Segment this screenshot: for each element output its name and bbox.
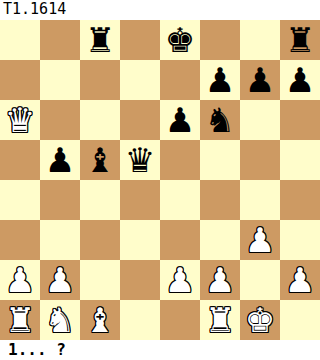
square-d3[interactable] (120, 220, 160, 260)
black-rook-piece: ♜ (85, 20, 115, 60)
white-pawn-piece: ♟ (165, 260, 195, 300)
square-e3[interactable] (160, 220, 200, 260)
square-c4[interactable] (80, 180, 120, 220)
black-pawn-piece: ♟ (205, 60, 235, 100)
square-e7[interactable] (160, 60, 200, 100)
chess-app-window: T1.1614 ♜♚♜♟♟♟♛♟♞♟♝♛♟♟♟♟♟♟♜♞♝♜♚ 1... ? (0, 0, 320, 360)
square-a5[interactable] (0, 140, 40, 180)
black-knight-piece: ♞ (205, 100, 235, 140)
white-pawn-piece: ♟ (45, 260, 75, 300)
square-h4[interactable] (280, 180, 320, 220)
square-c7[interactable] (80, 60, 120, 100)
square-e8[interactable]: ♚ (160, 20, 200, 60)
square-g6[interactable] (240, 100, 280, 140)
square-b7[interactable] (40, 60, 80, 100)
white-queen-piece: ♛ (5, 100, 35, 140)
white-pawn-piece: ♟ (5, 260, 35, 300)
white-pawn-piece: ♟ (205, 260, 235, 300)
square-a7[interactable] (0, 60, 40, 100)
square-d5[interactable]: ♛ (120, 140, 160, 180)
square-b3[interactable] (40, 220, 80, 260)
square-h1[interactable] (280, 300, 320, 340)
black-rook-piece: ♜ (285, 20, 315, 60)
square-e6[interactable]: ♟ (160, 100, 200, 140)
square-b5[interactable]: ♟ (40, 140, 80, 180)
square-a6[interactable]: ♛ (0, 100, 40, 140)
square-d6[interactable] (120, 100, 160, 140)
white-bishop-piece: ♝ (85, 300, 115, 340)
square-f6[interactable]: ♞ (200, 100, 240, 140)
square-d2[interactable] (120, 260, 160, 300)
white-knight-piece: ♞ (45, 300, 75, 340)
square-d4[interactable] (120, 180, 160, 220)
square-f2[interactable]: ♟ (200, 260, 240, 300)
square-h3[interactable] (280, 220, 320, 260)
square-f5[interactable] (200, 140, 240, 180)
square-e5[interactable] (160, 140, 200, 180)
square-c2[interactable] (80, 260, 120, 300)
square-c3[interactable] (80, 220, 120, 260)
square-g5[interactable] (240, 140, 280, 180)
puzzle-title: T1.1614 (0, 0, 320, 20)
black-bishop-piece: ♝ (85, 140, 115, 180)
square-h6[interactable] (280, 100, 320, 140)
square-b4[interactable] (40, 180, 80, 220)
black-pawn-piece: ♟ (245, 60, 275, 100)
square-g2[interactable] (240, 260, 280, 300)
white-king-piece: ♚ (245, 300, 275, 340)
square-a1[interactable]: ♜ (0, 300, 40, 340)
square-g7[interactable]: ♟ (240, 60, 280, 100)
square-a3[interactable] (0, 220, 40, 260)
square-e4[interactable] (160, 180, 200, 220)
square-h8[interactable]: ♜ (280, 20, 320, 60)
square-d1[interactable] (120, 300, 160, 340)
white-pawn-piece: ♟ (285, 260, 315, 300)
white-pawn-piece: ♟ (245, 220, 275, 260)
square-c6[interactable] (80, 100, 120, 140)
square-g4[interactable] (240, 180, 280, 220)
square-c5[interactable]: ♝ (80, 140, 120, 180)
square-a8[interactable] (0, 20, 40, 60)
square-b1[interactable]: ♞ (40, 300, 80, 340)
square-a4[interactable] (0, 180, 40, 220)
black-pawn-piece: ♟ (165, 100, 195, 140)
square-d8[interactable] (120, 20, 160, 60)
square-h7[interactable]: ♟ (280, 60, 320, 100)
move-prompt: 1... ? (0, 340, 320, 360)
square-b2[interactable]: ♟ (40, 260, 80, 300)
square-g1[interactable]: ♚ (240, 300, 280, 340)
square-h2[interactable]: ♟ (280, 260, 320, 300)
square-h5[interactable] (280, 140, 320, 180)
square-f8[interactable] (200, 20, 240, 60)
white-rook-piece: ♜ (205, 300, 235, 340)
square-e2[interactable]: ♟ (160, 260, 200, 300)
black-pawn-piece: ♟ (45, 140, 75, 180)
square-a2[interactable]: ♟ (0, 260, 40, 300)
white-rook-piece: ♜ (5, 300, 35, 340)
chess-board: ♜♚♜♟♟♟♛♟♞♟♝♛♟♟♟♟♟♟♜♞♝♜♚ (0, 20, 320, 340)
square-f7[interactable]: ♟ (200, 60, 240, 100)
square-d7[interactable] (120, 60, 160, 100)
black-queen-piece: ♛ (125, 140, 155, 180)
square-g8[interactable] (240, 20, 280, 60)
square-g3[interactable]: ♟ (240, 220, 280, 260)
square-b6[interactable] (40, 100, 80, 140)
square-b8[interactable] (40, 20, 80, 60)
square-f4[interactable] (200, 180, 240, 220)
black-pawn-piece: ♟ (285, 60, 315, 100)
square-e1[interactable] (160, 300, 200, 340)
square-f3[interactable] (200, 220, 240, 260)
square-c8[interactable]: ♜ (80, 20, 120, 60)
square-c1[interactable]: ♝ (80, 300, 120, 340)
black-king-piece: ♚ (165, 20, 195, 60)
square-f1[interactable]: ♜ (200, 300, 240, 340)
